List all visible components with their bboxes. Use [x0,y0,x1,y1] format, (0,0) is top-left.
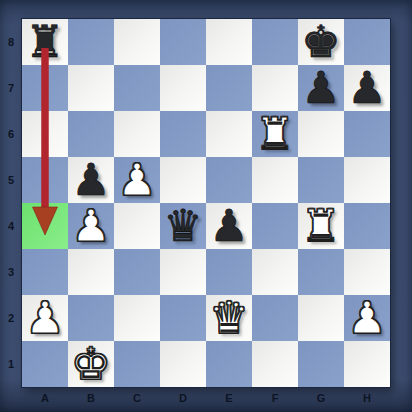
square-h6[interactable] [344,111,390,157]
square-c6[interactable] [114,111,160,157]
file-label-a: A [22,392,68,404]
square-b5[interactable]: ♟ [68,157,114,203]
square-c4[interactable] [114,203,160,249]
square-b6[interactable] [68,111,114,157]
piece-black-pawn[interactable]: ♟ [347,65,386,111]
piece-black-rook[interactable]: ♜ [25,19,64,65]
square-g2[interactable] [298,295,344,341]
square-c3[interactable] [114,249,160,295]
square-d6[interactable] [160,111,206,157]
square-h2[interactable]: ♟ [344,295,390,341]
piece-white-king[interactable]: ♚ [71,341,110,387]
square-f6[interactable]: ♜ [252,111,298,157]
square-h4[interactable] [344,203,390,249]
file-label-b: B [68,392,114,404]
rank-label-6: 6 [0,128,22,140]
piece-white-pawn[interactable]: ♟ [347,295,386,341]
square-g7[interactable]: ♟ [298,65,344,111]
piece-white-pawn[interactable]: ♟ [117,157,156,203]
square-d4[interactable]: ♛ [160,203,206,249]
file-label-d: D [160,392,206,404]
piece-white-queen[interactable]: ♛ [209,295,248,341]
square-d5[interactable] [160,157,206,203]
rank-label-3: 3 [0,266,22,278]
square-f2[interactable] [252,295,298,341]
square-c1[interactable] [114,341,160,387]
square-f5[interactable] [252,157,298,203]
chess-board: ♜♚♟♟♜♟♟♟♛♟♜♟♛♟♚ [22,19,390,387]
square-f3[interactable] [252,249,298,295]
square-h8[interactable] [344,19,390,65]
square-g5[interactable] [298,157,344,203]
piece-white-rook[interactable]: ♜ [255,111,294,157]
file-label-g: G [298,392,344,404]
square-g3[interactable] [298,249,344,295]
square-b4[interactable]: ♟ [68,203,114,249]
square-f1[interactable] [252,341,298,387]
square-b1[interactable]: ♚ [68,341,114,387]
rank-label-5: 5 [0,174,22,186]
rank-label-8: 8 [0,36,22,48]
piece-black-pawn[interactable]: ♟ [209,203,248,249]
file-label-h: H [344,392,390,404]
square-g6[interactable] [298,111,344,157]
square-e2[interactable]: ♛ [206,295,252,341]
square-f4[interactable] [252,203,298,249]
square-b8[interactable] [68,19,114,65]
square-a2[interactable]: ♟ [22,295,68,341]
chess-board-frame: ♜♚♟♟♜♟♟♟♛♟♜♟♛♟♚ 87654321 ABCDEFGH [0,0,412,412]
square-h5[interactable] [344,157,390,203]
square-f8[interactable] [252,19,298,65]
square-d1[interactable] [160,341,206,387]
rank-label-7: 7 [0,82,22,94]
square-f7[interactable] [252,65,298,111]
square-g1[interactable] [298,341,344,387]
square-c7[interactable] [114,65,160,111]
piece-white-rook[interactable]: ♜ [301,203,340,249]
square-e5[interactable] [206,157,252,203]
square-c5[interactable]: ♟ [114,157,160,203]
piece-black-pawn[interactable]: ♟ [71,157,110,203]
square-h1[interactable] [344,341,390,387]
square-a6[interactable] [22,111,68,157]
square-b3[interactable] [68,249,114,295]
square-d7[interactable] [160,65,206,111]
square-d3[interactable] [160,249,206,295]
square-e6[interactable] [206,111,252,157]
file-label-c: C [114,392,160,404]
piece-white-pawn[interactable]: ♟ [25,295,64,341]
piece-white-pawn[interactable]: ♟ [71,203,110,249]
square-h7[interactable]: ♟ [344,65,390,111]
square-c8[interactable] [114,19,160,65]
square-g8[interactable]: ♚ [298,19,344,65]
file-label-f: F [252,392,298,404]
square-a5[interactable] [22,157,68,203]
square-b7[interactable] [68,65,114,111]
square-c2[interactable] [114,295,160,341]
square-d2[interactable] [160,295,206,341]
piece-black-queen[interactable]: ♛ [163,203,202,249]
rank-label-4: 4 [0,220,22,232]
square-a8[interactable]: ♜ [22,19,68,65]
rank-label-2: 2 [0,312,22,324]
square-e8[interactable] [206,19,252,65]
square-a4[interactable] [22,203,68,249]
square-e4[interactable]: ♟ [206,203,252,249]
square-g4[interactable]: ♜ [298,203,344,249]
square-b2[interactable] [68,295,114,341]
square-h3[interactable] [344,249,390,295]
square-a7[interactable] [22,65,68,111]
square-a3[interactable] [22,249,68,295]
square-a1[interactable] [22,341,68,387]
square-e3[interactable] [206,249,252,295]
square-e1[interactable] [206,341,252,387]
piece-black-king[interactable]: ♚ [301,19,340,65]
square-d8[interactable] [160,19,206,65]
piece-black-pawn[interactable]: ♟ [301,65,340,111]
rank-label-1: 1 [0,358,22,370]
square-e7[interactable] [206,65,252,111]
file-label-e: E [206,392,252,404]
